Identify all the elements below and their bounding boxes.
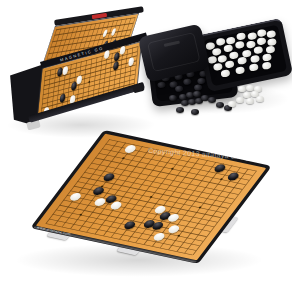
- white-stone-tray: [197, 18, 292, 93]
- loose-white-stone: [228, 101, 236, 107]
- black-stone: [175, 86, 184, 93]
- lid-emboss-line: [147, 32, 201, 72]
- black-stone: [183, 78, 192, 85]
- white-stone: [257, 28, 267, 37]
- black-stone: [91, 186, 106, 195]
- black-stone: [157, 82, 166, 89]
- black-stone: [226, 172, 241, 181]
- white-stone: [235, 66, 245, 75]
- white-stone: [220, 69, 230, 78]
- loose-black-stone: [191, 109, 199, 115]
- star-point: [88, 80, 90, 83]
- loose-black-stone: [216, 102, 224, 108]
- loose-black-stone: [208, 97, 216, 103]
- go-set-product-photo: MAGNETIC GO www.aitataya.com Copyright 2…: [0, 0, 292, 292]
- white-stone: [250, 55, 260, 64]
- loose-white-stone: [246, 98, 254, 104]
- white-stone: [92, 198, 107, 207]
- white-stone: [262, 53, 272, 62]
- black-stone: [102, 172, 117, 181]
- white-stone: [261, 61, 271, 70]
- black-stone: [122, 220, 137, 229]
- white-stone: [123, 144, 138, 153]
- loose-black-stone: [193, 91, 201, 97]
- loose-black-stone: [169, 95, 177, 101]
- white-stone: [167, 224, 182, 233]
- white-stone: [247, 31, 257, 40]
- brand-logo: [92, 13, 107, 19]
- black-stone: [197, 77, 206, 84]
- loose-white-stone: [246, 85, 254, 91]
- white-stone: [266, 29, 276, 38]
- white-stone: [68, 192, 83, 201]
- white-stone: [152, 232, 167, 241]
- loose-white-stone: [236, 97, 244, 103]
- folded-board-foot: [132, 84, 145, 94]
- black-stone: [213, 164, 228, 173]
- loose-white-stone: [256, 96, 264, 102]
- white-stone-tray-inner: [203, 25, 287, 87]
- loose-white-stone: [238, 86, 246, 92]
- white-stone: [236, 32, 246, 41]
- loose-black-stone: [176, 107, 184, 113]
- white-stone: [235, 41, 245, 50]
- white-stone: [237, 57, 247, 66]
- black-stone: [194, 84, 203, 91]
- white-stone: [265, 45, 275, 54]
- white-stone: [215, 37, 225, 46]
- white-stone: [256, 37, 266, 46]
- white-stone: [225, 60, 235, 69]
- white-stone: [253, 46, 263, 55]
- white-stone: [249, 63, 259, 72]
